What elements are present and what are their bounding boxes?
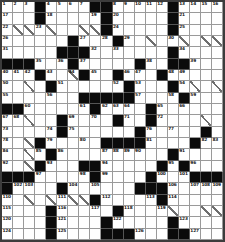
grid-cell[interactable] (35, 104, 46, 115)
grid-cell[interactable] (13, 47, 24, 58)
grid-cell[interactable] (35, 229, 46, 240)
grid-cell[interactable] (157, 229, 168, 240)
grid-cell[interactable] (68, 217, 79, 228)
grid-cell[interactable] (13, 127, 24, 138)
grid-cell[interactable] (13, 206, 24, 217)
grid-cell[interactable]: 72 (157, 115, 168, 126)
grid-cell[interactable] (124, 183, 135, 194)
grid-cell[interactable] (146, 47, 157, 58)
grid-cell[interactable] (13, 93, 24, 104)
grid-cell[interactable] (57, 13, 68, 24)
grid-cell[interactable] (212, 25, 223, 36)
grid-cell[interactable] (146, 13, 157, 24)
grid-cell[interactable]: 51 (57, 81, 68, 92)
grid-cell[interactable] (35, 183, 46, 194)
grid-cell[interactable]: 19 (90, 13, 101, 24)
grid-cell[interactable] (157, 81, 168, 92)
grid-cell[interactable] (101, 59, 112, 70)
grid-cell[interactable]: 80 (79, 138, 90, 149)
grid-cell[interactable]: 71 (124, 115, 135, 126)
grid-cell[interactable]: 24 (113, 25, 124, 36)
grid-cell[interactable]: 125 (57, 229, 68, 240)
grid-cell[interactable]: 37 (79, 59, 90, 70)
grid-cell[interactable]: 114 (168, 195, 179, 206)
grid-cell[interactable]: 15 (201, 2, 212, 13)
grid-cell[interactable] (157, 149, 168, 160)
grid-cell[interactable] (68, 206, 79, 217)
grid-cell[interactable] (135, 47, 146, 58)
grid-cell[interactable] (57, 104, 68, 115)
grid-cell[interactable] (146, 229, 157, 240)
grid-cell[interactable] (201, 206, 212, 217)
grid-cell[interactable]: 21 (179, 13, 190, 24)
grid-cell[interactable] (68, 195, 79, 206)
grid-cell[interactable] (190, 115, 201, 126)
grid-cell[interactable] (212, 93, 223, 104)
grid-cell[interactable]: 101 (179, 172, 190, 183)
grid-cell[interactable]: 63 (113, 104, 124, 115)
grid-cell[interactable] (90, 217, 101, 228)
grid-cell[interactable] (90, 149, 101, 160)
grid-cell[interactable]: 33 (113, 47, 124, 58)
grid-cell[interactable]: 123 (179, 217, 190, 228)
grid-cell[interactable] (201, 47, 212, 58)
grid-cell[interactable] (57, 93, 68, 104)
grid-cell[interactable] (24, 127, 35, 138)
grid-cell[interactable] (201, 13, 212, 24)
grid-cell[interactable] (90, 138, 101, 149)
grid-cell[interactable]: 98 (79, 172, 90, 183)
grid-cell[interactable] (190, 217, 201, 228)
grid-cell[interactable]: 25 (179, 25, 190, 36)
grid-cell[interactable] (124, 161, 135, 172)
grid-cell[interactable]: 86 (57, 149, 68, 160)
grid-cell[interactable]: 77 (168, 127, 179, 138)
grid-cell[interactable] (201, 25, 212, 36)
grid-cell[interactable] (90, 127, 101, 138)
grid-cell[interactable] (179, 115, 190, 126)
grid-cell[interactable] (90, 25, 101, 36)
grid-cell[interactable]: 31 (2, 47, 13, 58)
grid-cell[interactable]: 118 (124, 206, 135, 217)
grid-cell[interactable]: 83 (212, 138, 223, 149)
grid-cell[interactable] (24, 217, 35, 228)
grid-cell[interactable] (113, 59, 124, 70)
grid-cell[interactable] (157, 138, 168, 149)
grid-cell[interactable] (13, 25, 24, 36)
grid-cell[interactable] (101, 127, 112, 138)
grid-cell[interactable] (35, 36, 46, 47)
grid-cell[interactable] (190, 195, 201, 206)
grid-cell[interactable] (13, 195, 24, 206)
grid-cell[interactable]: 107 (190, 183, 201, 194)
grid-cell[interactable]: 102 (13, 183, 24, 194)
grid-cell[interactable]: 27 (79, 36, 90, 47)
grid-cell[interactable] (146, 149, 157, 160)
grid-cell[interactable]: 117 (90, 206, 101, 217)
grid-cell[interactable]: 96 (190, 161, 201, 172)
grid-cell[interactable] (113, 127, 124, 138)
grid-cell[interactable] (68, 149, 79, 160)
grid-cell[interactable] (68, 229, 79, 240)
grid-cell[interactable]: 69 (68, 115, 79, 126)
grid-cell[interactable] (35, 115, 46, 126)
grid-cell[interactable] (168, 206, 179, 217)
grid-cell[interactable] (124, 172, 135, 183)
grid-cell[interactable] (90, 81, 101, 92)
grid-cell[interactable] (157, 217, 168, 228)
grid-cell[interactable]: 90 (135, 149, 146, 160)
grid-cell[interactable]: 68 (13, 115, 24, 126)
grid-cell[interactable] (212, 217, 223, 228)
grid-cell[interactable]: 95 (168, 161, 179, 172)
grid-cell[interactable]: 75 (68, 127, 79, 138)
grid-cell[interactable] (24, 195, 35, 206)
grid-cell[interactable] (46, 183, 57, 194)
grid-cell[interactable] (201, 229, 212, 240)
grid-cell[interactable]: 100 (157, 172, 168, 183)
grid-cell[interactable] (146, 93, 157, 104)
grid-cell[interactable] (135, 25, 146, 36)
grid-cell[interactable] (124, 47, 135, 58)
grid-cell[interactable] (146, 161, 157, 172)
grid-cell[interactable] (168, 115, 179, 126)
grid-cell[interactable] (13, 138, 24, 149)
grid-cell[interactable]: 6 (68, 2, 79, 13)
grid-cell[interactable] (101, 115, 112, 126)
grid-cell[interactable] (113, 195, 124, 206)
grid-cell[interactable] (146, 36, 157, 47)
grid-cell[interactable]: 61 (79, 104, 90, 115)
grid-cell[interactable] (101, 183, 112, 194)
grid-cell[interactable] (24, 149, 35, 160)
grid-cell[interactable] (201, 217, 212, 228)
grid-cell[interactable]: 18 (46, 13, 57, 24)
grid-cell[interactable] (24, 36, 35, 47)
grid-cell[interactable]: 67 (2, 115, 13, 126)
grid-cell[interactable]: 92 (2, 161, 13, 172)
grid-cell[interactable]: 59 (190, 93, 201, 104)
grid-cell[interactable]: 104 (68, 183, 79, 194)
grid-cell[interactable] (79, 195, 90, 206)
grid-cell[interactable] (157, 127, 168, 138)
grid-cell[interactable]: 54 (179, 81, 190, 92)
grid-cell[interactable]: 10 (135, 2, 146, 13)
grid-cell[interactable] (24, 229, 35, 240)
grid-cell[interactable]: 122 (113, 217, 124, 228)
grid-cell[interactable] (113, 183, 124, 194)
grid-cell[interactable]: 41 (13, 70, 24, 81)
grid-cell[interactable] (157, 25, 168, 36)
grid-cell[interactable]: 35 (35, 59, 46, 70)
grid-cell[interactable]: 84 (2, 149, 13, 160)
grid-cell[interactable]: 2 (13, 2, 24, 13)
grid-cell[interactable] (135, 161, 146, 172)
grid-cell[interactable] (124, 127, 135, 138)
grid-cell[interactable]: 82 (201, 138, 212, 149)
grid-cell[interactable] (190, 81, 201, 92)
grid-cell[interactable]: 28 (101, 36, 112, 47)
grid-cell[interactable]: 55 (2, 93, 13, 104)
grid-cell[interactable] (24, 81, 35, 92)
grid-cell[interactable]: 56 (46, 93, 57, 104)
grid-cell[interactable] (201, 161, 212, 172)
grid-cell[interactable] (212, 149, 223, 160)
grid-cell[interactable]: 85 (35, 149, 46, 160)
grid-cell[interactable] (24, 47, 35, 58)
grid-cell[interactable] (13, 13, 24, 24)
grid-cell[interactable]: 103 (24, 183, 35, 194)
grid-cell[interactable] (135, 195, 146, 206)
grid-cell[interactable] (190, 104, 201, 115)
grid-cell[interactable] (35, 127, 46, 138)
grid-cell[interactable] (146, 25, 157, 36)
grid-cell[interactable] (57, 36, 68, 47)
grid-cell[interactable]: 39 (190, 59, 201, 70)
grid-cell[interactable] (79, 217, 90, 228)
grid-cell[interactable] (24, 206, 35, 217)
grid-cell[interactable] (46, 36, 57, 47)
grid-cell[interactable] (46, 25, 57, 36)
grid-cell[interactable] (101, 206, 112, 217)
grid-cell[interactable] (68, 81, 79, 92)
grid-cell[interactable]: 87 (101, 149, 112, 160)
grid-cell[interactable]: 58 (168, 93, 179, 104)
grid-cell[interactable] (35, 195, 46, 206)
grid-cell[interactable] (212, 13, 223, 24)
grid-cell[interactable] (190, 47, 201, 58)
grid-cell[interactable] (201, 81, 212, 92)
grid-cell[interactable]: 120 (2, 217, 13, 228)
black-cell (57, 183, 68, 194)
grid-cell[interactable] (212, 59, 223, 70)
grid-cell[interactable] (24, 161, 35, 172)
grid-cell[interactable] (46, 115, 57, 126)
grid-cell[interactable] (24, 115, 35, 126)
grid-cell[interactable] (13, 81, 24, 92)
grid-cell[interactable] (201, 93, 212, 104)
grid-cell[interactable]: 57 (135, 93, 146, 104)
grid-cell[interactable]: 99 (101, 172, 112, 183)
grid-cell[interactable] (201, 115, 212, 126)
grid-cell[interactable] (24, 138, 35, 149)
grid-cell[interactable] (113, 172, 124, 183)
grid-cell[interactable]: 53 (135, 81, 146, 92)
grid-cell[interactable]: 112 (101, 195, 112, 206)
grid-cell[interactable] (46, 195, 57, 206)
grid-cell[interactable]: 81 (146, 138, 157, 149)
grid-cell[interactable] (135, 217, 146, 228)
grid-cell[interactable]: 42 (24, 70, 35, 81)
grid-cell[interactable]: 70 (90, 115, 101, 126)
grid-cell[interactable] (13, 217, 24, 228)
grid-cell[interactable] (24, 25, 35, 36)
grid-cell[interactable]: 62 (101, 104, 112, 115)
grid-cell[interactable] (157, 13, 168, 24)
grid-cell[interactable] (201, 195, 212, 206)
grid-cell[interactable]: 12 (157, 2, 168, 13)
grid-cell[interactable] (168, 138, 179, 149)
grid-cell[interactable] (101, 81, 112, 92)
grid-cell[interactable]: 60 (24, 104, 35, 115)
grid-cell[interactable]: 45 (90, 70, 101, 81)
grid-cell[interactable]: 38 (146, 59, 157, 70)
grid-cell[interactable]: 79 (46, 138, 57, 149)
grid-cell[interactable] (35, 93, 46, 104)
grid-cell[interactable] (35, 206, 46, 217)
grid-cell[interactable] (201, 36, 212, 47)
black-cell (35, 70, 46, 81)
grid-cell[interactable] (212, 161, 223, 172)
grid-cell[interactable]: 52 (113, 81, 124, 92)
grid-cell[interactable] (212, 47, 223, 58)
grid-cell[interactable] (35, 217, 46, 228)
grid-cell[interactable] (212, 195, 223, 206)
grid-cell[interactable] (13, 229, 24, 240)
cell-number: 8 (113, 2, 116, 7)
grid-cell[interactable] (201, 149, 212, 160)
grid-cell[interactable] (179, 195, 190, 206)
grid-cell[interactable] (46, 104, 57, 115)
grid-cell[interactable] (179, 127, 190, 138)
grid-cell[interactable]: 66 (179, 104, 190, 115)
grid-cell[interactable] (124, 217, 135, 228)
grid-cell[interactable] (79, 229, 90, 240)
grid-cell[interactable]: 17 (2, 13, 13, 24)
grid-cell[interactable] (113, 161, 124, 172)
grid-cell[interactable] (212, 70, 223, 81)
grid-cell[interactable] (135, 104, 146, 115)
grid-cell[interactable]: 32 (90, 47, 101, 58)
grid-cell[interactable]: 23 (35, 25, 46, 36)
grid-cell[interactable] (201, 70, 212, 81)
grid-cell[interactable]: 109 (212, 183, 223, 194)
grid-cell[interactable]: 119 (157, 206, 168, 217)
grid-cell[interactable] (79, 149, 90, 160)
grid-cell[interactable] (146, 206, 157, 217)
grid-cell[interactable] (68, 13, 79, 24)
grid-cell[interactable] (190, 25, 201, 36)
grid-cell[interactable] (57, 161, 68, 172)
grid-cell[interactable]: 11 (146, 2, 157, 13)
grid-cell[interactable] (68, 25, 79, 36)
grid-cell[interactable]: 88 (113, 149, 124, 160)
grid-cell[interactable]: 124 (2, 229, 13, 240)
grid-cell[interactable] (68, 138, 79, 149)
grid-cell[interactable] (135, 172, 146, 183)
grid-cell[interactable]: 44 (68, 70, 79, 81)
grid-cell[interactable]: 89 (124, 149, 135, 160)
grid-cell[interactable] (201, 59, 212, 70)
grid-cell[interactable] (190, 13, 201, 24)
grid-cell[interactable] (146, 217, 157, 228)
grid-cell[interactable]: 48 (168, 70, 179, 81)
grid-cell[interactable] (101, 70, 112, 81)
grid-cell[interactable] (146, 81, 157, 92)
grid-cell[interactable]: 108 (201, 183, 212, 194)
grid-cell[interactable] (68, 161, 79, 172)
grid-cell[interactable]: 91 (179, 149, 190, 160)
grid-cell[interactable] (79, 13, 90, 24)
grid-cell[interactable] (35, 81, 46, 92)
grid-cell[interactable]: 105 (90, 183, 101, 194)
grid-cell[interactable] (46, 172, 57, 183)
grid-cell[interactable]: 127 (190, 229, 201, 240)
grid-cell[interactable]: 113 (146, 195, 157, 206)
grid-cell[interactable] (68, 93, 79, 104)
grid-cell[interactable]: 93 (46, 161, 57, 172)
grid-cell[interactable]: 121 (57, 217, 68, 228)
grid-cell[interactable] (13, 149, 24, 160)
grid-cell[interactable] (135, 115, 146, 126)
grid-cell[interactable] (79, 115, 90, 126)
grid-cell[interactable]: 46 (124, 70, 135, 81)
grid-cell[interactable] (212, 104, 223, 115)
grid-cell[interactable] (35, 47, 46, 58)
grid-cell[interactable]: 50 (2, 81, 13, 92)
grid-cell[interactable]: 9 (124, 2, 135, 13)
grid-cell[interactable]: 14 (190, 2, 201, 13)
grid-cell[interactable] (212, 229, 223, 240)
grid-cell[interactable] (201, 104, 212, 115)
grid-cell[interactable] (79, 81, 90, 92)
grid-cell[interactable] (135, 13, 146, 24)
grid-cell[interactable] (90, 229, 101, 240)
grid-cell[interactable] (212, 36, 223, 47)
grid-cell[interactable]: 36 (57, 59, 68, 70)
grid-cell[interactable] (179, 183, 190, 194)
grid-cell[interactable] (57, 172, 68, 183)
grid-cell[interactable] (190, 70, 201, 81)
grid-cell[interactable] (124, 13, 135, 24)
grid-cell[interactable]: 106 (168, 183, 179, 194)
grid-cell[interactable]: 43 (46, 70, 57, 81)
grid-cell[interactable] (135, 206, 146, 217)
grid-cell[interactable] (101, 47, 112, 58)
grid-cell[interactable] (79, 183, 90, 194)
grid-cell[interactable] (157, 59, 168, 70)
grid-cell[interactable]: 3 (24, 2, 35, 13)
grid-cell[interactable] (190, 149, 201, 160)
grid-cell[interactable]: 97 (35, 172, 46, 183)
grid-cell[interactable] (157, 47, 168, 58)
grid-cell[interactable]: 5 (57, 2, 68, 13)
grid-cell[interactable]: 29 (124, 36, 135, 47)
grid-cell[interactable]: 20 (113, 13, 124, 24)
grid-cell[interactable] (212, 206, 223, 217)
grid-cell[interactable] (13, 36, 24, 47)
grid-cell[interactable] (13, 161, 24, 172)
grid-cell[interactable]: 34 (179, 47, 190, 58)
grid-cell[interactable]: 126 (135, 229, 146, 240)
grid-cell[interactable] (212, 81, 223, 92)
grid-cell[interactable]: 7 (79, 2, 90, 13)
grid-cell[interactable] (46, 47, 57, 58)
grid-cell[interactable] (212, 115, 223, 126)
grid-cell[interactable]: 16 (212, 2, 223, 13)
grid-cell[interactable] (190, 36, 201, 47)
grid-cell[interactable] (24, 13, 35, 24)
grid-cell[interactable] (135, 36, 146, 47)
grid-cell[interactable] (79, 206, 90, 217)
grid-cell[interactable] (57, 25, 68, 36)
grid-cell[interactable] (190, 127, 201, 138)
grid-cell[interactable] (157, 36, 168, 47)
grid-cell[interactable]: 30 (168, 36, 179, 47)
grid-cell[interactable] (190, 206, 201, 217)
grid-cell[interactable] (168, 104, 179, 115)
grid-cell[interactable] (146, 70, 157, 81)
